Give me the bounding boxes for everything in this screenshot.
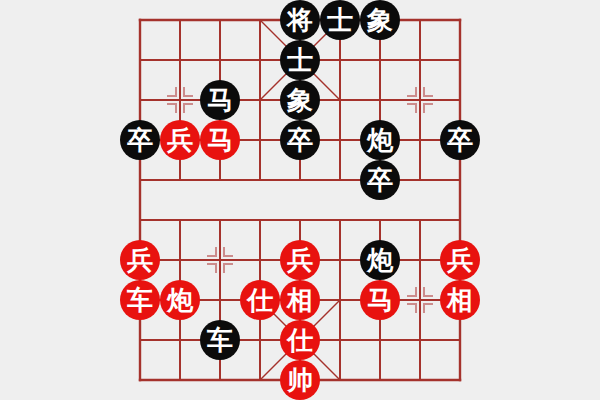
piece-black-cannon[interactable]: 炮 xyxy=(360,120,400,160)
piece-black-chariot[interactable]: 车 xyxy=(200,320,240,360)
piece-red-soldier[interactable]: 兵 xyxy=(120,240,160,280)
piece-red-elephant[interactable]: 相 xyxy=(280,280,320,320)
piece-black-soldier[interactable]: 卒 xyxy=(360,160,400,200)
piece-red-horse[interactable]: 马 xyxy=(200,120,240,160)
piece-black-general[interactable]: 将 xyxy=(280,0,320,40)
piece-black-advisor[interactable]: 士 xyxy=(320,0,360,40)
piece-red-soldier[interactable]: 兵 xyxy=(280,240,320,280)
xiangqi-board: 将士象士马象卒兵马卒炮卒卒兵兵炮兵车炮仕相马相车仕帅 xyxy=(0,0,600,400)
piece-red-elephant[interactable]: 相 xyxy=(440,280,480,320)
piece-red-cannon[interactable]: 炮 xyxy=(160,280,200,320)
piece-black-advisor[interactable]: 士 xyxy=(280,40,320,80)
piece-black-soldier[interactable]: 卒 xyxy=(120,120,160,160)
piece-red-advisor[interactable]: 仕 xyxy=(280,320,320,360)
piece-black-soldier[interactable]: 卒 xyxy=(280,120,320,160)
piece-black-elephant[interactable]: 象 xyxy=(280,80,320,120)
piece-red-horse[interactable]: 马 xyxy=(360,280,400,320)
piece-red-soldier[interactable]: 兵 xyxy=(440,240,480,280)
piece-red-soldier[interactable]: 兵 xyxy=(160,120,200,160)
piece-black-elephant[interactable]: 象 xyxy=(360,0,400,40)
piece-red-advisor[interactable]: 仕 xyxy=(240,280,280,320)
piece-black-horse[interactable]: 马 xyxy=(200,80,240,120)
piece-black-soldier[interactable]: 卒 xyxy=(440,120,480,160)
piece-red-general[interactable]: 帅 xyxy=(280,360,320,400)
piece-red-chariot[interactable]: 车 xyxy=(120,280,160,320)
piece-black-cannon[interactable]: 炮 xyxy=(360,240,400,280)
